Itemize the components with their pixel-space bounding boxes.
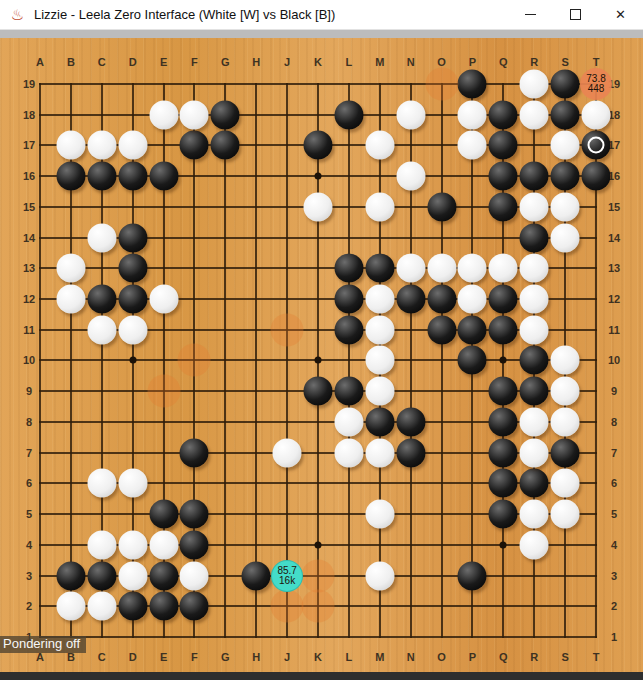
white-stone — [334, 438, 363, 467]
coord-label-top: E — [160, 56, 167, 68]
black-stone — [551, 70, 580, 99]
white-stone — [118, 561, 147, 590]
black-stone — [334, 254, 363, 283]
white-stone — [304, 192, 333, 221]
white-stone — [365, 561, 394, 590]
black-stone — [87, 162, 116, 191]
coord-label-top: D — [129, 56, 137, 68]
coord-label-bottom: P — [469, 651, 476, 663]
black-stone — [427, 285, 456, 314]
black-stone — [304, 131, 333, 160]
coord-label-bottom: N — [407, 651, 415, 663]
black-stone — [396, 407, 425, 436]
coord-label-bottom: Q — [499, 651, 508, 663]
black-stone — [211, 100, 240, 129]
coord-label-right: 6 — [611, 477, 617, 489]
white-stone — [551, 346, 580, 375]
coord-label-left: 13 — [23, 262, 35, 274]
white-stone — [520, 192, 549, 221]
white-stone — [365, 346, 394, 375]
white-stone — [365, 315, 394, 344]
black-stone — [489, 315, 518, 344]
black-stone — [489, 407, 518, 436]
white-stone — [551, 131, 580, 160]
coord-label-right: 12 — [608, 293, 620, 305]
white-stone — [87, 530, 116, 559]
black-stone — [520, 223, 549, 252]
white-stone — [365, 131, 394, 160]
white-stone — [551, 377, 580, 406]
coord-label-bottom: K — [314, 651, 322, 663]
black-stone — [56, 162, 85, 191]
black-stone — [118, 162, 147, 191]
coord-label-left: 9 — [26, 385, 32, 397]
coord-label-right: 10 — [608, 354, 620, 366]
coord-label-bottom: C — [98, 651, 106, 663]
coord-label-left: 17 — [23, 139, 35, 151]
white-stone — [582, 100, 611, 129]
coord-label-right: 13 — [608, 262, 620, 274]
best-move-suggestion[interactable]: 85.716k — [271, 560, 303, 592]
coord-label-right: 2 — [611, 600, 617, 612]
black-stone — [458, 561, 487, 590]
coord-label-right: 7 — [611, 447, 617, 459]
star-point — [500, 541, 507, 548]
black-stone — [489, 100, 518, 129]
white-stone — [334, 407, 363, 436]
black-stone — [489, 438, 518, 467]
coord-label-bottom: F — [191, 651, 198, 663]
black-stone — [87, 561, 116, 590]
black-stone — [211, 131, 240, 160]
candidate-move-faint[interactable] — [178, 344, 211, 377]
white-stone — [427, 254, 456, 283]
black-stone — [118, 592, 147, 621]
coord-label-left: 2 — [26, 600, 32, 612]
white-stone — [551, 500, 580, 529]
black-stone — [396, 438, 425, 467]
black-stone — [489, 192, 518, 221]
white-stone — [551, 223, 580, 252]
black-stone — [118, 223, 147, 252]
white-stone — [87, 131, 116, 160]
black-stone — [180, 438, 209, 467]
coord-label-top: S — [561, 56, 568, 68]
candidate-move-faint[interactable] — [271, 590, 304, 623]
white-stone — [396, 162, 425, 191]
candidate-move-faint[interactable] — [302, 590, 335, 623]
coord-label-left: 18 — [23, 109, 35, 121]
candidate-move-faint[interactable] — [271, 313, 304, 346]
white-stone — [551, 192, 580, 221]
coord-label-top: L — [346, 56, 353, 68]
coord-label-top: G — [221, 56, 230, 68]
candidate-move-faint[interactable] — [147, 375, 180, 408]
white-stone — [520, 407, 549, 436]
white-stone — [118, 469, 147, 498]
coord-label-right: 5 — [611, 508, 617, 520]
white-stone — [56, 285, 85, 314]
coord-label-left: 7 — [26, 447, 32, 459]
coord-label-bottom: T — [593, 651, 600, 663]
board-grid-line-h — [39, 636, 597, 638]
coord-label-top: F — [191, 56, 198, 68]
coord-label-left: 15 — [23, 201, 35, 213]
white-stone — [458, 100, 487, 129]
white-stone — [87, 469, 116, 498]
coord-label-left: 14 — [23, 232, 35, 244]
white-stone — [118, 131, 147, 160]
black-stone — [458, 346, 487, 375]
black-stone — [56, 561, 85, 590]
black-stone — [180, 530, 209, 559]
coord-label-right: 15 — [608, 201, 620, 213]
white-stone — [458, 254, 487, 283]
coord-label-top: N — [407, 56, 415, 68]
black-stone — [242, 561, 271, 590]
black-stone — [396, 285, 425, 314]
white-stone — [180, 100, 209, 129]
coord-label-right: 11 — [608, 324, 620, 336]
black-stone — [334, 100, 363, 129]
white-stone — [458, 285, 487, 314]
coord-label-left: 6 — [26, 477, 32, 489]
coord-label-left: 19 — [23, 78, 35, 90]
coord-label-right: 8 — [611, 416, 617, 428]
coord-label-top: B — [67, 56, 75, 68]
pondering-status: Pondering off — [0, 636, 86, 653]
white-stone — [365, 438, 394, 467]
coord-label-bottom: G — [221, 651, 230, 663]
white-stone — [551, 407, 580, 436]
black-stone — [118, 254, 147, 283]
black-stone — [427, 192, 456, 221]
coord-label-bottom: J — [284, 651, 290, 663]
coord-label-top: T — [593, 56, 600, 68]
black-stone — [180, 500, 209, 529]
coord-label-left: 5 — [26, 508, 32, 520]
black-stone — [551, 100, 580, 129]
coord-label-left: 8 — [26, 416, 32, 428]
white-stone — [149, 530, 178, 559]
star-point — [129, 357, 136, 364]
white-stone — [365, 377, 394, 406]
black-stone — [118, 285, 147, 314]
coord-label-top: M — [375, 56, 384, 68]
black-stone — [520, 469, 549, 498]
white-stone — [118, 530, 147, 559]
black-stone — [334, 285, 363, 314]
move-visits: 448 — [588, 84, 605, 94]
coord-label-bottom: D — [129, 651, 137, 663]
candidate-move-faint[interactable] — [302, 559, 335, 592]
black-stone — [334, 315, 363, 344]
white-stone — [520, 285, 549, 314]
coord-label-left: 4 — [26, 539, 32, 551]
black-stone — [489, 131, 518, 160]
star-point — [500, 357, 507, 364]
white-stone — [520, 530, 549, 559]
board-grid-line-v — [441, 83, 443, 638]
coord-label-bottom: R — [530, 651, 538, 663]
black-stone — [520, 346, 549, 375]
white-stone — [551, 469, 580, 498]
white-stone — [365, 500, 394, 529]
coord-label-bottom: M — [375, 651, 384, 663]
white-stone — [87, 592, 116, 621]
coord-label-right: 14 — [608, 232, 620, 244]
move-visits: 16k — [279, 576, 295, 586]
coord-label-left: 11 — [23, 324, 35, 336]
black-stone — [458, 315, 487, 344]
coord-label-right: 3 — [611, 570, 617, 582]
last-move-marker — [588, 137, 605, 154]
white-stone — [149, 100, 178, 129]
coord-label-top: R — [530, 56, 538, 68]
black-stone — [489, 162, 518, 191]
black-stone — [334, 377, 363, 406]
white-stone — [87, 223, 116, 252]
white-stone — [365, 285, 394, 314]
white-stone — [520, 254, 549, 283]
coord-label-top: Q — [499, 56, 508, 68]
board-grid-line-v — [348, 83, 350, 638]
white-stone — [87, 315, 116, 344]
white-stone — [396, 254, 425, 283]
white-stone — [365, 192, 394, 221]
star-point — [315, 173, 322, 180]
coord-label-bottom: L — [346, 651, 353, 663]
black-stone — [149, 592, 178, 621]
white-stone — [118, 315, 147, 344]
black-stone — [149, 162, 178, 191]
coord-label-bottom: O — [437, 651, 446, 663]
white-stone — [520, 100, 549, 129]
black-stone — [551, 438, 580, 467]
white-stone — [56, 254, 85, 283]
black-stone — [582, 162, 611, 191]
lizzie-window: ♨ Lizzie - Leela Zero Interface (White [… — [0, 0, 643, 680]
coord-label-top: O — [437, 56, 446, 68]
black-stone — [149, 561, 178, 590]
white-stone — [489, 254, 518, 283]
white-stone — [520, 70, 549, 99]
black-stone — [180, 592, 209, 621]
candidate-move-faint[interactable] — [425, 68, 458, 101]
black-stone — [365, 407, 394, 436]
white-stone — [56, 592, 85, 621]
white-stone — [520, 500, 549, 529]
coord-label-left: 12 — [23, 293, 35, 305]
white-stone — [396, 100, 425, 129]
black-stone — [489, 469, 518, 498]
black-stone — [489, 500, 518, 529]
black-stone — [458, 70, 487, 99]
coord-label-right: 9 — [611, 385, 617, 397]
white-stone — [56, 131, 85, 160]
white-stone — [180, 561, 209, 590]
black-stone — [551, 162, 580, 191]
star-point — [315, 541, 322, 548]
coord-label-top: C — [98, 56, 106, 68]
coord-label-top: K — [314, 56, 322, 68]
white-stone — [149, 285, 178, 314]
coord-label-bottom: S — [561, 651, 568, 663]
black-stone — [180, 131, 209, 160]
black-stone — [87, 285, 116, 314]
black-stone — [304, 377, 333, 406]
white-stone — [520, 438, 549, 467]
white-stone — [520, 315, 549, 344]
black-stone — [365, 254, 394, 283]
star-point — [315, 357, 322, 364]
black-stone — [489, 377, 518, 406]
coord-label-right: 1 — [611, 631, 617, 643]
black-stone — [489, 285, 518, 314]
coord-label-top: H — [252, 56, 260, 68]
white-stone — [458, 131, 487, 160]
coord-label-left: 3 — [26, 570, 32, 582]
coord-label-bottom: H — [252, 651, 260, 663]
coord-label-left: 16 — [23, 170, 35, 182]
coord-label-right: 4 — [611, 539, 617, 551]
alt-move-suggestion[interactable]: 73.8448 — [580, 68, 612, 100]
white-stone — [273, 438, 302, 467]
black-stone — [520, 377, 549, 406]
coord-label-top: P — [469, 56, 476, 68]
coord-label-top: A — [36, 56, 44, 68]
board-layer: AABBCCDDEEFFGGHHJJKKLLMMNNOOPPQQRRSSTT19… — [0, 0, 643, 680]
coord-label-bottom: E — [160, 651, 167, 663]
black-stone — [427, 315, 456, 344]
black-stone — [520, 162, 549, 191]
coord-label-left: 10 — [23, 354, 35, 366]
coord-label-top: J — [284, 56, 290, 68]
black-stone — [149, 500, 178, 529]
